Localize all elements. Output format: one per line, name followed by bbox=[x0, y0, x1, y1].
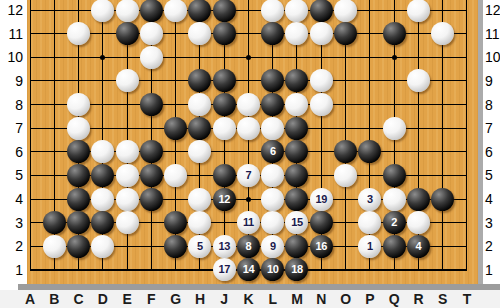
white-stone-Q7[interactable] bbox=[383, 117, 406, 140]
intersection-F1[interactable] bbox=[139, 258, 163, 282]
black-stone-S4[interactable] bbox=[431, 188, 454, 211]
intersection-B12[interactable] bbox=[42, 0, 66, 22]
intersection-M3[interactable]: 15 bbox=[285, 211, 309, 235]
intersection-G12[interactable] bbox=[164, 0, 188, 22]
intersection-M5[interactable] bbox=[285, 164, 309, 188]
intersection-O5[interactable] bbox=[333, 164, 357, 188]
intersection-G10[interactable] bbox=[164, 45, 188, 69]
white-stone-G12[interactable] bbox=[164, 0, 187, 22]
black-stone-D3[interactable] bbox=[91, 211, 114, 234]
white-stone-B2[interactable] bbox=[43, 235, 66, 258]
intersection-A3[interactable] bbox=[27, 211, 42, 235]
white-stone-O12[interactable] bbox=[334, 0, 357, 22]
intersection-F5[interactable] bbox=[139, 164, 163, 188]
black-stone-K1[interactable]: 14 bbox=[237, 258, 260, 281]
intersection-B4[interactable] bbox=[42, 187, 66, 211]
intersection-L9[interactable] bbox=[261, 69, 285, 93]
intersection-H5[interactable] bbox=[188, 164, 212, 188]
white-stone-L4[interactable] bbox=[261, 188, 284, 211]
white-stone-R3[interactable] bbox=[407, 211, 430, 234]
white-stone-M3[interactable]: 15 bbox=[285, 211, 308, 234]
intersection-G4[interactable] bbox=[164, 187, 188, 211]
intersection-R2[interactable]: 4 bbox=[406, 234, 430, 258]
intersection-D3[interactable] bbox=[91, 211, 115, 235]
intersection-K1[interactable]: 14 bbox=[236, 258, 260, 282]
intersection-R1[interactable] bbox=[406, 258, 430, 282]
black-stone-D5[interactable] bbox=[91, 164, 114, 187]
intersection-T12[interactable] bbox=[455, 0, 479, 22]
intersection-A10[interactable] bbox=[27, 45, 42, 69]
black-stone-F8[interactable] bbox=[140, 93, 163, 116]
intersection-E11[interactable] bbox=[115, 22, 139, 46]
black-stone-F4[interactable] bbox=[140, 188, 163, 211]
intersection-D2[interactable] bbox=[91, 234, 115, 258]
intersection-A8[interactable] bbox=[27, 93, 42, 117]
intersection-F10[interactable] bbox=[139, 45, 163, 69]
intersection-H2[interactable]: 5 bbox=[188, 234, 212, 258]
intersection-D7[interactable] bbox=[91, 116, 115, 140]
black-stone-H12[interactable] bbox=[188, 0, 211, 22]
intersection-F12[interactable] bbox=[139, 0, 163, 22]
black-stone-C3[interactable] bbox=[67, 211, 90, 234]
intersection-F11[interactable] bbox=[139, 22, 163, 46]
intersection-J12[interactable] bbox=[212, 0, 236, 22]
white-stone-E3[interactable] bbox=[116, 211, 139, 234]
intersection-L11[interactable] bbox=[261, 22, 285, 46]
intersection-J8[interactable] bbox=[212, 93, 236, 117]
intersection-M12[interactable] bbox=[285, 0, 309, 22]
intersection-P12[interactable] bbox=[358, 0, 382, 22]
white-stone-P2[interactable]: 1 bbox=[358, 235, 381, 258]
intersection-C8[interactable] bbox=[66, 93, 90, 117]
intersection-O7[interactable] bbox=[333, 116, 357, 140]
intersection-L4[interactable] bbox=[261, 187, 285, 211]
black-stone-H7[interactable] bbox=[188, 117, 211, 140]
black-stone-J8[interactable] bbox=[213, 93, 236, 116]
intersection-O2[interactable] bbox=[333, 234, 357, 258]
black-stone-M4[interactable] bbox=[285, 188, 308, 211]
intersection-A11[interactable] bbox=[27, 22, 42, 46]
intersection-C5[interactable] bbox=[66, 164, 90, 188]
intersection-G7[interactable] bbox=[164, 116, 188, 140]
intersection-E2[interactable] bbox=[115, 234, 139, 258]
intersection-Q1[interactable] bbox=[382, 258, 406, 282]
intersection-S6[interactable] bbox=[430, 140, 454, 164]
intersection-J6[interactable] bbox=[212, 140, 236, 164]
intersection-L6[interactable]: 6 bbox=[261, 140, 285, 164]
intersection-B10[interactable] bbox=[42, 45, 66, 69]
intersection-J5[interactable] bbox=[212, 164, 236, 188]
intersection-P6[interactable] bbox=[358, 140, 382, 164]
intersection-N1[interactable] bbox=[309, 258, 333, 282]
white-stone-K7[interactable] bbox=[237, 117, 260, 140]
black-stone-J12[interactable] bbox=[213, 0, 236, 22]
intersection-F4[interactable] bbox=[139, 187, 163, 211]
intersection-F8[interactable] bbox=[139, 93, 163, 117]
white-stone-L12[interactable] bbox=[261, 0, 284, 22]
intersection-D11[interactable] bbox=[91, 22, 115, 46]
intersection-A9[interactable] bbox=[27, 69, 42, 93]
white-stone-S11[interactable] bbox=[431, 22, 454, 45]
intersection-A4[interactable] bbox=[27, 187, 42, 211]
intersection-C10[interactable] bbox=[66, 45, 90, 69]
black-stone-N12[interactable] bbox=[310, 0, 333, 22]
intersection-H7[interactable] bbox=[188, 116, 212, 140]
intersection-M1[interactable]: 18 bbox=[285, 258, 309, 282]
intersection-Q7[interactable] bbox=[382, 116, 406, 140]
intersection-T2[interactable] bbox=[455, 234, 479, 258]
intersection-O12[interactable] bbox=[333, 0, 357, 22]
white-stone-F10[interactable] bbox=[140, 46, 163, 69]
intersection-A7[interactable] bbox=[27, 116, 42, 140]
white-stone-K8[interactable] bbox=[237, 93, 260, 116]
white-stone-E9[interactable] bbox=[116, 69, 139, 92]
intersection-J7[interactable] bbox=[212, 116, 236, 140]
intersection-R11[interactable] bbox=[406, 22, 430, 46]
intersection-C9[interactable] bbox=[66, 69, 90, 93]
white-stone-H6[interactable] bbox=[188, 140, 211, 163]
intersection-R5[interactable] bbox=[406, 164, 430, 188]
white-stone-M11[interactable] bbox=[285, 22, 308, 45]
intersection-B5[interactable] bbox=[42, 164, 66, 188]
intersection-J3[interactable] bbox=[212, 211, 236, 235]
intersection-O1[interactable] bbox=[333, 258, 357, 282]
black-stone-F12[interactable] bbox=[140, 0, 163, 22]
white-stone-O5[interactable] bbox=[334, 164, 357, 187]
black-stone-Q5[interactable] bbox=[383, 164, 406, 187]
black-stone-M5[interactable] bbox=[285, 164, 308, 187]
black-stone-J9[interactable] bbox=[213, 69, 236, 92]
intersection-K4[interactable] bbox=[236, 187, 260, 211]
intersection-T5[interactable] bbox=[455, 164, 479, 188]
intersection-E9[interactable] bbox=[115, 69, 139, 93]
black-stone-L9[interactable] bbox=[261, 69, 284, 92]
intersection-G3[interactable] bbox=[164, 211, 188, 235]
intersection-H11[interactable] bbox=[188, 22, 212, 46]
intersection-R12[interactable] bbox=[406, 0, 430, 22]
intersection-Q2[interactable] bbox=[382, 234, 406, 258]
intersection-Q4[interactable] bbox=[382, 187, 406, 211]
intersection-H10[interactable] bbox=[188, 45, 212, 69]
intersection-Q12[interactable] bbox=[382, 0, 406, 22]
intersection-B6[interactable] bbox=[42, 140, 66, 164]
intersection-S2[interactable] bbox=[430, 234, 454, 258]
intersection-S10[interactable] bbox=[430, 45, 454, 69]
intersection-S9[interactable] bbox=[430, 69, 454, 93]
black-stone-O11[interactable] bbox=[334, 22, 357, 45]
intersection-L7[interactable] bbox=[261, 116, 285, 140]
intersection-N7[interactable] bbox=[309, 116, 333, 140]
intersection-R10[interactable] bbox=[406, 45, 430, 69]
white-stone-M8[interactable] bbox=[285, 93, 308, 116]
black-stone-F6[interactable] bbox=[140, 140, 163, 163]
white-stone-M12[interactable] bbox=[285, 0, 308, 22]
white-stone-D2[interactable] bbox=[91, 235, 114, 258]
intersection-O6[interactable] bbox=[333, 140, 357, 164]
intersection-K10[interactable] bbox=[236, 45, 260, 69]
intersection-T3[interactable] bbox=[455, 211, 479, 235]
intersection-O10[interactable] bbox=[333, 45, 357, 69]
white-stone-D6[interactable] bbox=[91, 140, 114, 163]
intersection-D12[interactable] bbox=[91, 0, 115, 22]
white-stone-N9[interactable] bbox=[310, 69, 333, 92]
white-stone-E5[interactable] bbox=[116, 164, 139, 187]
intersection-B2[interactable] bbox=[42, 234, 66, 258]
intersection-C6[interactable] bbox=[66, 140, 90, 164]
intersection-R6[interactable] bbox=[406, 140, 430, 164]
white-stone-N8[interactable] bbox=[310, 93, 333, 116]
intersection-N4[interactable]: 19 bbox=[309, 187, 333, 211]
white-stone-J7[interactable] bbox=[213, 117, 236, 140]
black-stone-L11[interactable] bbox=[261, 22, 284, 45]
intersection-K3[interactable]: 11 bbox=[236, 211, 260, 235]
white-stone-H3[interactable] bbox=[188, 211, 211, 234]
intersection-R7[interactable] bbox=[406, 116, 430, 140]
white-stone-H8[interactable] bbox=[188, 93, 211, 116]
white-stone-C7[interactable] bbox=[67, 117, 90, 140]
intersection-L5[interactable] bbox=[261, 164, 285, 188]
intersection-L1[interactable]: 10 bbox=[261, 258, 285, 282]
white-stone-H11[interactable] bbox=[188, 22, 211, 45]
black-stone-L8[interactable] bbox=[261, 93, 284, 116]
intersection-H4[interactable] bbox=[188, 187, 212, 211]
intersection-C3[interactable] bbox=[66, 211, 90, 235]
intersection-B9[interactable] bbox=[42, 69, 66, 93]
white-stone-C11[interactable] bbox=[67, 22, 90, 45]
intersection-P2[interactable]: 1 bbox=[358, 234, 382, 258]
intersection-C2[interactable] bbox=[66, 234, 90, 258]
intersection-H12[interactable] bbox=[188, 0, 212, 22]
intersection-J9[interactable] bbox=[212, 69, 236, 93]
intersection-L12[interactable] bbox=[261, 0, 285, 22]
intersection-K7[interactable] bbox=[236, 116, 260, 140]
intersection-T1[interactable] bbox=[455, 258, 479, 282]
intersection-E12[interactable] bbox=[115, 0, 139, 22]
intersection-P4[interactable]: 3 bbox=[358, 187, 382, 211]
black-stone-C5[interactable] bbox=[67, 164, 90, 187]
black-stone-M6[interactable] bbox=[285, 140, 308, 163]
white-stone-J1[interactable]: 17 bbox=[213, 258, 236, 281]
intersection-K11[interactable] bbox=[236, 22, 260, 46]
black-stone-F5[interactable] bbox=[140, 164, 163, 187]
intersection-Q3[interactable]: 2 bbox=[382, 211, 406, 235]
white-stone-E4[interactable] bbox=[116, 188, 139, 211]
intersection-Q6[interactable] bbox=[382, 140, 406, 164]
intersection-J11[interactable] bbox=[212, 22, 236, 46]
intersection-S11[interactable] bbox=[430, 22, 454, 46]
intersection-N10[interactable] bbox=[309, 45, 333, 69]
black-stone-K2[interactable]: 8 bbox=[237, 235, 260, 258]
intersection-R9[interactable] bbox=[406, 69, 430, 93]
black-stone-J11[interactable] bbox=[213, 22, 236, 45]
black-stone-N2[interactable]: 16 bbox=[310, 235, 333, 258]
intersection-G6[interactable] bbox=[164, 140, 188, 164]
white-stone-E6[interactable] bbox=[116, 140, 139, 163]
black-stone-C4[interactable] bbox=[67, 188, 90, 211]
intersection-R3[interactable] bbox=[406, 211, 430, 235]
intersection-F7[interactable] bbox=[139, 116, 163, 140]
intersection-D10[interactable] bbox=[91, 45, 115, 69]
intersection-L10[interactable] bbox=[261, 45, 285, 69]
intersection-B8[interactable] bbox=[42, 93, 66, 117]
white-stone-P4[interactable]: 3 bbox=[358, 188, 381, 211]
black-stone-G2[interactable] bbox=[164, 235, 187, 258]
intersection-S8[interactable] bbox=[430, 93, 454, 117]
intersection-C7[interactable] bbox=[66, 116, 90, 140]
white-stone-L7[interactable] bbox=[261, 117, 284, 140]
intersection-O11[interactable] bbox=[333, 22, 357, 46]
intersection-S12[interactable] bbox=[430, 0, 454, 22]
black-stone-J5[interactable] bbox=[213, 164, 236, 187]
black-stone-M7[interactable] bbox=[285, 117, 308, 140]
intersection-P8[interactable] bbox=[358, 93, 382, 117]
black-stone-B3[interactable] bbox=[43, 211, 66, 234]
intersection-P5[interactable] bbox=[358, 164, 382, 188]
white-stone-K3[interactable]: 11 bbox=[237, 211, 260, 234]
white-stone-R12[interactable] bbox=[407, 0, 430, 22]
intersection-N9[interactable] bbox=[309, 69, 333, 93]
intersection-G5[interactable] bbox=[164, 164, 188, 188]
intersection-N8[interactable] bbox=[309, 93, 333, 117]
intersection-N5[interactable] bbox=[309, 164, 333, 188]
intersection-E3[interactable] bbox=[115, 211, 139, 235]
white-stone-R9[interactable] bbox=[407, 69, 430, 92]
intersection-E5[interactable] bbox=[115, 164, 139, 188]
intersection-Q5[interactable] bbox=[382, 164, 406, 188]
intersection-A1[interactable] bbox=[27, 258, 42, 282]
intersection-G2[interactable] bbox=[164, 234, 188, 258]
intersection-G11[interactable] bbox=[164, 22, 188, 46]
intersection-C11[interactable] bbox=[66, 22, 90, 46]
intersection-S3[interactable] bbox=[430, 211, 454, 235]
intersection-B7[interactable] bbox=[42, 116, 66, 140]
white-stone-N11[interactable] bbox=[310, 22, 333, 45]
intersection-K5[interactable]: 7 bbox=[236, 164, 260, 188]
intersection-D8[interactable] bbox=[91, 93, 115, 117]
intersection-N6[interactable] bbox=[309, 140, 333, 164]
intersection-F9[interactable] bbox=[139, 69, 163, 93]
black-stone-M9[interactable] bbox=[285, 69, 308, 92]
black-stone-O6[interactable] bbox=[334, 140, 357, 163]
black-stone-L6[interactable]: 6 bbox=[261, 140, 284, 163]
intersection-A12[interactable] bbox=[27, 0, 42, 22]
intersection-D1[interactable] bbox=[91, 258, 115, 282]
intersection-E7[interactable] bbox=[115, 116, 139, 140]
black-stone-M2[interactable] bbox=[285, 235, 308, 258]
intersection-K8[interactable] bbox=[236, 93, 260, 117]
intersection-F3[interactable] bbox=[139, 211, 163, 235]
white-stone-Q4[interactable] bbox=[383, 188, 406, 211]
intersection-R4[interactable] bbox=[406, 187, 430, 211]
intersection-J1[interactable]: 17 bbox=[212, 258, 236, 282]
intersection-D9[interactable] bbox=[91, 69, 115, 93]
intersection-N3[interactable] bbox=[309, 211, 333, 235]
intersection-H6[interactable] bbox=[188, 140, 212, 164]
intersection-M6[interactable] bbox=[285, 140, 309, 164]
intersection-D6[interactable] bbox=[91, 140, 115, 164]
intersection-N12[interactable] bbox=[309, 0, 333, 22]
intersection-S1[interactable] bbox=[430, 258, 454, 282]
intersection-T11[interactable] bbox=[455, 22, 479, 46]
white-stone-L3[interactable] bbox=[261, 211, 284, 234]
intersection-D4[interactable] bbox=[91, 187, 115, 211]
intersection-F2[interactable] bbox=[139, 234, 163, 258]
intersection-K6[interactable] bbox=[236, 140, 260, 164]
intersection-P11[interactable] bbox=[358, 22, 382, 46]
intersection-Q9[interactable] bbox=[382, 69, 406, 93]
black-stone-Q2[interactable] bbox=[383, 235, 406, 258]
intersection-K12[interactable] bbox=[236, 0, 260, 22]
intersection-T8[interactable] bbox=[455, 93, 479, 117]
intersection-M9[interactable] bbox=[285, 69, 309, 93]
intersection-M7[interactable] bbox=[285, 116, 309, 140]
intersection-G9[interactable] bbox=[164, 69, 188, 93]
intersection-N11[interactable] bbox=[309, 22, 333, 46]
intersection-G1[interactable] bbox=[164, 258, 188, 282]
intersection-T10[interactable] bbox=[455, 45, 479, 69]
black-stone-H9[interactable] bbox=[188, 69, 211, 92]
intersection-A5[interactable] bbox=[27, 164, 42, 188]
intersection-A2[interactable] bbox=[27, 234, 42, 258]
intersection-E10[interactable] bbox=[115, 45, 139, 69]
intersection-K2[interactable]: 8 bbox=[236, 234, 260, 258]
intersection-E1[interactable] bbox=[115, 258, 139, 282]
black-stone-P6[interactable] bbox=[358, 140, 381, 163]
intersection-L8[interactable] bbox=[261, 93, 285, 117]
intersection-T7[interactable] bbox=[455, 116, 479, 140]
black-stone-Q3[interactable]: 2 bbox=[383, 211, 406, 234]
white-stone-F11[interactable] bbox=[140, 22, 163, 45]
intersection-C12[interactable] bbox=[66, 0, 90, 22]
intersection-Q11[interactable] bbox=[382, 22, 406, 46]
intersection-O3[interactable] bbox=[333, 211, 357, 235]
black-stone-G7[interactable] bbox=[164, 117, 187, 140]
intersection-Q10[interactable] bbox=[382, 45, 406, 69]
intersection-M2[interactable] bbox=[285, 234, 309, 258]
intersection-S4[interactable] bbox=[430, 187, 454, 211]
intersection-P10[interactable] bbox=[358, 45, 382, 69]
intersection-E4[interactable] bbox=[115, 187, 139, 211]
intersection-M10[interactable] bbox=[285, 45, 309, 69]
black-stone-L1[interactable]: 10 bbox=[261, 258, 284, 281]
intersection-H9[interactable] bbox=[188, 69, 212, 93]
intersection-L3[interactable] bbox=[261, 211, 285, 235]
intersection-M8[interactable] bbox=[285, 93, 309, 117]
white-stone-H4[interactable] bbox=[188, 188, 211, 211]
intersection-Q8[interactable] bbox=[382, 93, 406, 117]
intersection-O9[interactable] bbox=[333, 69, 357, 93]
intersection-J2[interactable]: 13 bbox=[212, 234, 236, 258]
intersection-C1[interactable] bbox=[66, 258, 90, 282]
intersection-P7[interactable] bbox=[358, 116, 382, 140]
intersection-E8[interactable] bbox=[115, 93, 139, 117]
intersection-H3[interactable] bbox=[188, 211, 212, 235]
black-stone-J4[interactable]: 12 bbox=[213, 188, 236, 211]
intersection-J10[interactable] bbox=[212, 45, 236, 69]
white-stone-J2[interactable]: 13 bbox=[213, 235, 236, 258]
intersection-M11[interactable] bbox=[285, 22, 309, 46]
intersection-A6[interactable] bbox=[27, 140, 42, 164]
intersection-B3[interactable] bbox=[42, 211, 66, 235]
black-stone-E11[interactable] bbox=[116, 22, 139, 45]
intersection-H1[interactable] bbox=[188, 258, 212, 282]
intersection-M4[interactable] bbox=[285, 187, 309, 211]
intersection-D5[interactable] bbox=[91, 164, 115, 188]
intersection-H8[interactable] bbox=[188, 93, 212, 117]
black-stone-M1[interactable]: 18 bbox=[285, 258, 308, 281]
intersection-E6[interactable] bbox=[115, 140, 139, 164]
white-stone-L2[interactable]: 9 bbox=[261, 235, 284, 258]
